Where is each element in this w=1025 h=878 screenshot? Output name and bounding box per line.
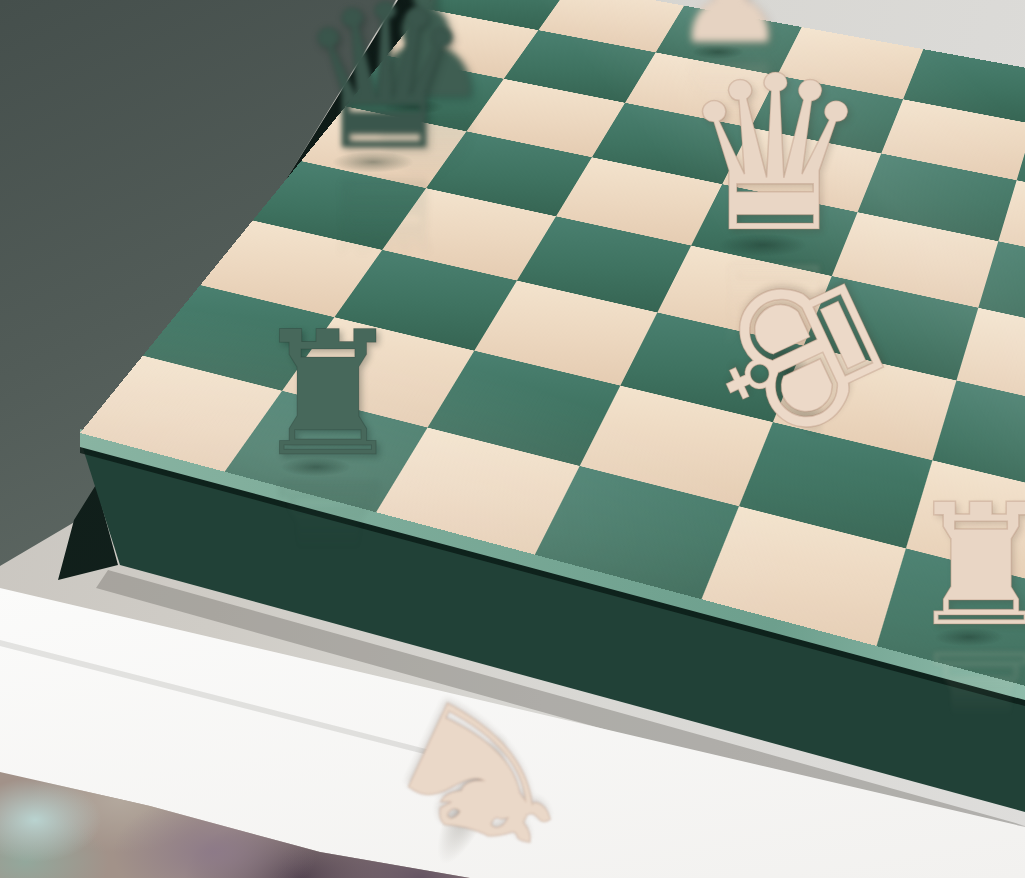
piece-green-rook-b1[interactable]: ♜♜ bbox=[251, 309, 405, 481]
green-rook-glyph: ♜ bbox=[251, 309, 405, 481]
piece-cream-rook-f1[interactable]: ♜♜ bbox=[906, 482, 1025, 650]
chess-photo-scene: ♟♟♟♟♛♛♛♛♚♜♜♜♜♞ bbox=[0, 0, 1025, 878]
cream-queen-glyph: ♛ bbox=[679, 47, 872, 262]
cream-rook-glyph: ♜ bbox=[906, 482, 1025, 650]
cream-rook-f1-reflection: ♜ bbox=[906, 627, 1025, 795]
green-rook-b1-reflection: ♜ bbox=[251, 457, 405, 629]
piece-green-queen-a5[interactable]: ♛♛ bbox=[295, 0, 474, 178]
piece-cream-queen-d5[interactable]: ♛♛ bbox=[679, 47, 872, 262]
